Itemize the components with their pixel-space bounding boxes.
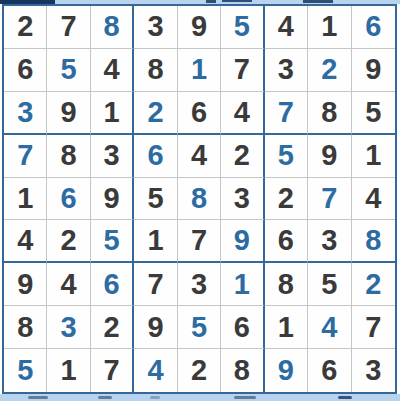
sudoku-cell-r1c3: 8 <box>91 6 134 49</box>
sudoku-cell-r6c6: 9 <box>221 220 264 263</box>
sudoku-cell-r8c8: 4 <box>308 306 351 349</box>
sudoku-cell-r1c8: 1 <box>308 6 351 49</box>
sudoku-cell-r8c6: 6 <box>221 306 264 349</box>
cropped-bottom-mark <box>338 396 352 399</box>
sudoku-cell-r7c7: 8 <box>265 263 308 306</box>
sudoku-cell-r3c7: 7 <box>265 92 308 135</box>
sudoku-cell-r3c9: 5 <box>352 92 395 135</box>
sudoku-cell-r9c3: 7 <box>91 349 134 392</box>
sudoku-cell-r2c7: 3 <box>265 49 308 92</box>
sudoku-cell-r1c6: 5 <box>221 6 264 49</box>
sudoku-cell-r7c8: 5 <box>308 263 351 306</box>
sudoku-cell-r6c2: 2 <box>47 220 90 263</box>
sudoku-cell-r4c6: 2 <box>221 135 264 178</box>
sudoku-cell-r4c5: 4 <box>178 135 221 178</box>
sudoku-cell-r1c1: 2 <box>4 6 47 49</box>
sudoku-cell-r8c7: 1 <box>265 306 308 349</box>
sudoku-cell-r9c6: 8 <box>221 349 264 392</box>
sudoku-cell-r6c7: 6 <box>265 220 308 263</box>
sudoku-cell-r7c5: 3 <box>178 263 221 306</box>
sudoku-cell-r9c4: 4 <box>134 349 177 392</box>
cropped-top-mark <box>206 0 216 3</box>
sudoku-cell-r8c5: 5 <box>178 306 221 349</box>
sudoku-cell-r9c7: 9 <box>265 349 308 392</box>
sudoku-cell-r6c4: 1 <box>134 220 177 263</box>
sudoku-cell-r6c1: 4 <box>4 220 47 263</box>
sudoku-cell-r4c1: 7 <box>4 135 47 178</box>
sudoku-cell-r2c2: 5 <box>47 49 90 92</box>
sudoku-cell-r4c2: 8 <box>47 135 90 178</box>
sudoku-cell-r3c5: 6 <box>178 92 221 135</box>
sudoku-cell-r8c3: 2 <box>91 306 134 349</box>
sudoku-cell-r5c6: 3 <box>221 178 264 221</box>
sudoku-cell-r9c9: 3 <box>352 349 395 392</box>
sudoku-cell-r3c4: 2 <box>134 92 177 135</box>
sudoku-cell-r7c3: 6 <box>91 263 134 306</box>
cropped-top-mark <box>222 0 252 2</box>
sudoku-cell-r4c8: 9 <box>308 135 351 178</box>
sudoku-cell-r6c9: 8 <box>352 220 395 263</box>
cropped-bottom-strip <box>0 394 400 401</box>
sudoku-cell-r6c3: 5 <box>91 220 134 263</box>
sudoku-cell-r9c8: 6 <box>308 349 351 392</box>
sudoku-cell-r4c9: 1 <box>352 135 395 178</box>
sudoku-cell-r9c2: 1 <box>47 349 90 392</box>
sudoku-cell-r5c4: 5 <box>134 178 177 221</box>
sudoku-cell-r8c1: 8 <box>4 306 47 349</box>
sudoku-cell-r1c7: 4 <box>265 6 308 49</box>
sudoku-cell-r5c3: 9 <box>91 178 134 221</box>
sudoku-cell-r7c4: 7 <box>134 263 177 306</box>
sudoku-cell-r3c6: 4 <box>221 92 264 135</box>
cropped-top-mark <box>303 0 333 3</box>
sudoku-cell-r8c2: 3 <box>47 306 90 349</box>
sudoku-cell-r2c4: 8 <box>134 49 177 92</box>
sudoku-cell-r5c8: 7 <box>308 178 351 221</box>
sudoku-cell-r9c5: 2 <box>178 349 221 392</box>
cropped-bottom-mark <box>28 396 48 399</box>
sudoku-cell-r8c4: 9 <box>134 306 177 349</box>
sudoku-cell-r5c7: 2 <box>265 178 308 221</box>
sudoku-cell-r3c2: 9 <box>47 92 90 135</box>
sudoku-cell-r7c9: 2 <box>352 263 395 306</box>
sudoku-cell-r9c1: 5 <box>4 349 47 392</box>
sudoku-cell-r2c5: 1 <box>178 49 221 92</box>
sudoku-cell-r4c3: 3 <box>91 135 134 178</box>
cropped-bottom-mark <box>98 396 112 399</box>
sudoku-cell-r6c8: 3 <box>308 220 351 263</box>
sudoku-cell-r2c6: 7 <box>221 49 264 92</box>
sudoku-cell-r1c4: 3 <box>134 6 177 49</box>
sudoku-cell-r4c4: 6 <box>134 135 177 178</box>
sudoku-cell-r7c2: 4 <box>47 263 90 306</box>
cropped-bottom-mark <box>150 396 160 399</box>
cropped-bottom-mark <box>234 396 256 399</box>
sudoku-cell-r5c5: 8 <box>178 178 221 221</box>
sudoku-cell-r3c3: 1 <box>91 92 134 135</box>
sudoku-board: 2783954166548173293912647857836425911695… <box>2 4 397 394</box>
sudoku-cell-r2c3: 4 <box>91 49 134 92</box>
sudoku-cell-r3c1: 3 <box>4 92 47 135</box>
sudoku-cell-r5c1: 1 <box>4 178 47 221</box>
sudoku-cell-r2c1: 6 <box>4 49 47 92</box>
sudoku-cell-r8c9: 7 <box>352 306 395 349</box>
sudoku-cell-r2c8: 2 <box>308 49 351 92</box>
sudoku-cell-r1c5: 9 <box>178 6 221 49</box>
sudoku-cell-r5c9: 4 <box>352 178 395 221</box>
sudoku-cell-r7c6: 1 <box>221 263 264 306</box>
sudoku-cell-r1c9: 6 <box>352 6 395 49</box>
sudoku-cell-r1c2: 7 <box>47 6 90 49</box>
sudoku-cell-r2c9: 9 <box>352 49 395 92</box>
sudoku-cell-r7c1: 9 <box>4 263 47 306</box>
sudoku-cell-r4c7: 5 <box>265 135 308 178</box>
sudoku-answers-image: 2783954166548173293912647857836425911695… <box>0 0 400 401</box>
sudoku-cell-r5c2: 6 <box>47 178 90 221</box>
sudoku-cell-r3c8: 8 <box>308 92 351 135</box>
sudoku-cell-r6c5: 7 <box>178 220 221 263</box>
